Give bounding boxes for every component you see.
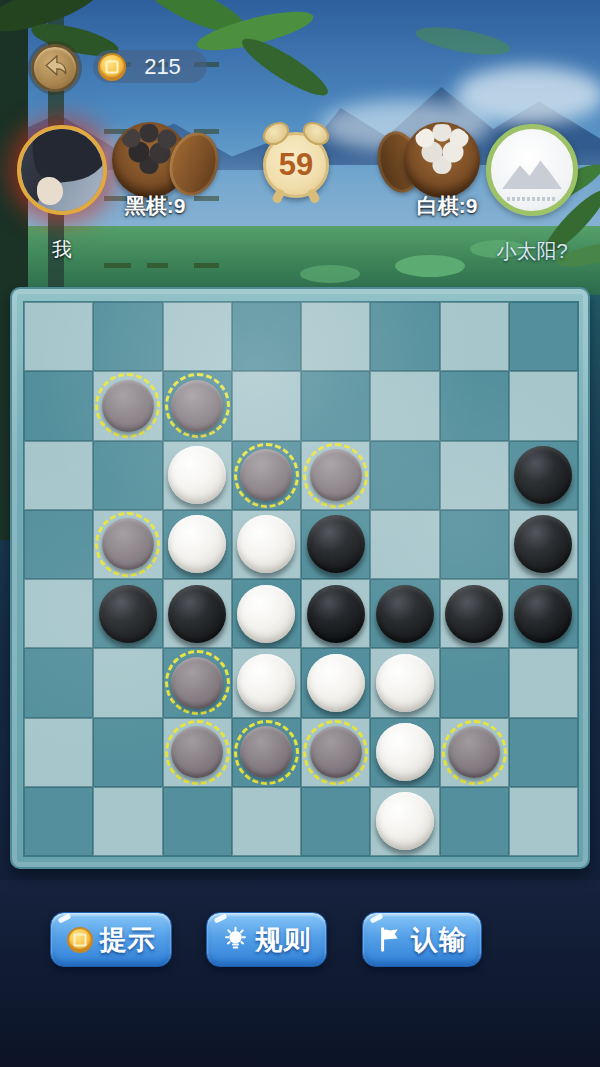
board-cell[interactable] (370, 302, 439, 371)
rules-button[interactable]: 规则 (206, 912, 327, 967)
board-cell[interactable] (509, 718, 578, 787)
board-cell[interactable] (24, 510, 93, 579)
timer-seconds: 59 (279, 147, 313, 183)
my-name: 我 (17, 236, 107, 263)
bottom-background (0, 880, 600, 1067)
board-cell (163, 441, 232, 510)
board-cell[interactable] (370, 441, 439, 510)
board-grid (23, 301, 579, 857)
board-cell[interactable] (301, 371, 370, 440)
board-cell (93, 579, 162, 648)
coin-balance: 215 (126, 54, 207, 80)
board-cell[interactable] (232, 787, 301, 856)
board-cell[interactable] (93, 787, 162, 856)
white-stones-pile (411, 124, 473, 174)
legal-move-hint[interactable] (234, 443, 299, 508)
board-cell[interactable] (24, 579, 93, 648)
avatar-watermark-text (507, 197, 557, 201)
board-cell (232, 648, 301, 717)
board-cell (509, 441, 578, 510)
white-disc (237, 654, 295, 712)
board-cell[interactable] (440, 441, 509, 510)
resign-button[interactable]: 认输 (362, 912, 482, 967)
board-cell[interactable] (24, 718, 93, 787)
white-disc (376, 723, 434, 781)
white-disc (237, 515, 295, 573)
black-disc (307, 515, 365, 573)
grass-tuft (395, 255, 465, 277)
white-disc (168, 446, 226, 504)
legal-move-hint[interactable] (303, 443, 368, 508)
hint-disc (310, 449, 362, 501)
board-cell[interactable] (163, 718, 232, 787)
back-arrow-icon (40, 51, 70, 85)
legal-move-hint[interactable] (442, 720, 507, 785)
board-cell (440, 579, 509, 648)
board-cell[interactable] (509, 371, 578, 440)
white-disc (307, 654, 365, 712)
board-cell[interactable] (24, 648, 93, 717)
hint-disc (171, 657, 223, 709)
hint-disc (102, 380, 154, 432)
board-cell[interactable] (440, 648, 509, 717)
legal-move-hint[interactable] (165, 373, 230, 438)
hint-disc (171, 380, 223, 432)
board-cell[interactable] (93, 718, 162, 787)
board-cell[interactable] (301, 718, 370, 787)
hint-button-label: 提示 (100, 922, 156, 958)
opponent-avatar[interactable] (486, 124, 578, 216)
white-disc (376, 792, 434, 850)
board-cell[interactable] (93, 302, 162, 371)
board-cell[interactable] (370, 371, 439, 440)
cloud (455, 66, 600, 124)
hint-disc (240, 449, 292, 501)
board-cell[interactable] (232, 371, 301, 440)
othello-board (10, 287, 590, 869)
board-cell (232, 579, 301, 648)
black-score-label: 黑棋:9 (100, 192, 210, 220)
legal-move-hint[interactable] (165, 650, 230, 715)
hint-disc (310, 726, 362, 778)
board-cell[interactable] (440, 302, 509, 371)
board-cell (301, 510, 370, 579)
board-cell[interactable] (301, 302, 370, 371)
board-cell[interactable] (232, 718, 301, 787)
board-cell[interactable] (509, 302, 578, 371)
turn-timer: 59 (263, 132, 329, 198)
black-disc (514, 446, 572, 504)
resign-button-label: 认输 (411, 922, 467, 958)
white-disc (237, 585, 295, 643)
board-cell[interactable] (24, 302, 93, 371)
board-cell (301, 648, 370, 717)
my-avatar-portrait (21, 129, 103, 211)
hint-disc (448, 726, 500, 778)
white-disc (376, 654, 434, 712)
board-cell[interactable] (93, 441, 162, 510)
hint-disc (240, 726, 292, 778)
board-cell[interactable] (24, 371, 93, 440)
coin-balance-pill[interactable]: 215 (93, 50, 207, 83)
legal-move-hint[interactable] (303, 720, 368, 785)
board-cell (370, 579, 439, 648)
board-cell[interactable] (24, 787, 93, 856)
board-cell (370, 648, 439, 717)
rules-button-label: 规则 (256, 922, 312, 958)
board-cell[interactable] (93, 371, 162, 440)
board-cell[interactable] (301, 441, 370, 510)
board-cell[interactable] (232, 441, 301, 510)
lightbulb-icon (222, 926, 249, 953)
board-cell[interactable] (163, 648, 232, 717)
board-cell[interactable] (440, 787, 509, 856)
legal-move-hint[interactable] (95, 373, 160, 438)
coin-icon (67, 927, 93, 953)
board-cell (232, 510, 301, 579)
board-cell[interactable] (163, 371, 232, 440)
white-flag-icon (377, 926, 404, 953)
board-cell[interactable] (440, 371, 509, 440)
legal-move-hint[interactable] (165, 720, 230, 785)
board-cell[interactable] (93, 648, 162, 717)
board-cell[interactable] (93, 510, 162, 579)
hint-disc (171, 726, 223, 778)
board-cell[interactable] (440, 718, 509, 787)
board-cell (370, 718, 439, 787)
legal-move-hint[interactable] (234, 720, 299, 785)
grass-tuft (300, 265, 360, 283)
black-disc (445, 585, 503, 643)
hint-disc (102, 518, 154, 570)
coin-icon (98, 53, 126, 81)
hint-button[interactable]: 提示 (50, 912, 172, 967)
white-disc (168, 515, 226, 573)
black-disc (307, 585, 365, 643)
black-disc (514, 585, 572, 643)
opponent-name: 小太阳? (486, 238, 578, 265)
board-cell[interactable] (509, 648, 578, 717)
board-cell (509, 510, 578, 579)
board-cell (370, 787, 439, 856)
black-disc (99, 585, 157, 643)
board-cell[interactable] (370, 510, 439, 579)
board-cell[interactable] (301, 787, 370, 856)
mountain-placeholder-icon (502, 155, 562, 189)
board-cell[interactable] (163, 787, 232, 856)
game-screen: 215 我 黑棋:9 59 白棋:9 小太阳? (0, 0, 600, 1067)
board-cell[interactable] (232, 302, 301, 371)
white-score-label: 白棋:9 (392, 192, 502, 220)
board-cell (163, 579, 232, 648)
white-stone-bowl (404, 122, 480, 198)
black-disc (376, 585, 434, 643)
board-cell[interactable] (440, 510, 509, 579)
board-cell (301, 579, 370, 648)
board-cell (509, 579, 578, 648)
board-cell[interactable] (24, 441, 93, 510)
legal-move-hint[interactable] (95, 512, 160, 577)
black-disc (168, 585, 226, 643)
board-cell[interactable] (509, 787, 578, 856)
back-button[interactable] (31, 44, 79, 92)
my-avatar[interactable] (17, 125, 107, 215)
black-disc (514, 515, 572, 573)
board-cell[interactable] (163, 302, 232, 371)
board-cell (163, 510, 232, 579)
